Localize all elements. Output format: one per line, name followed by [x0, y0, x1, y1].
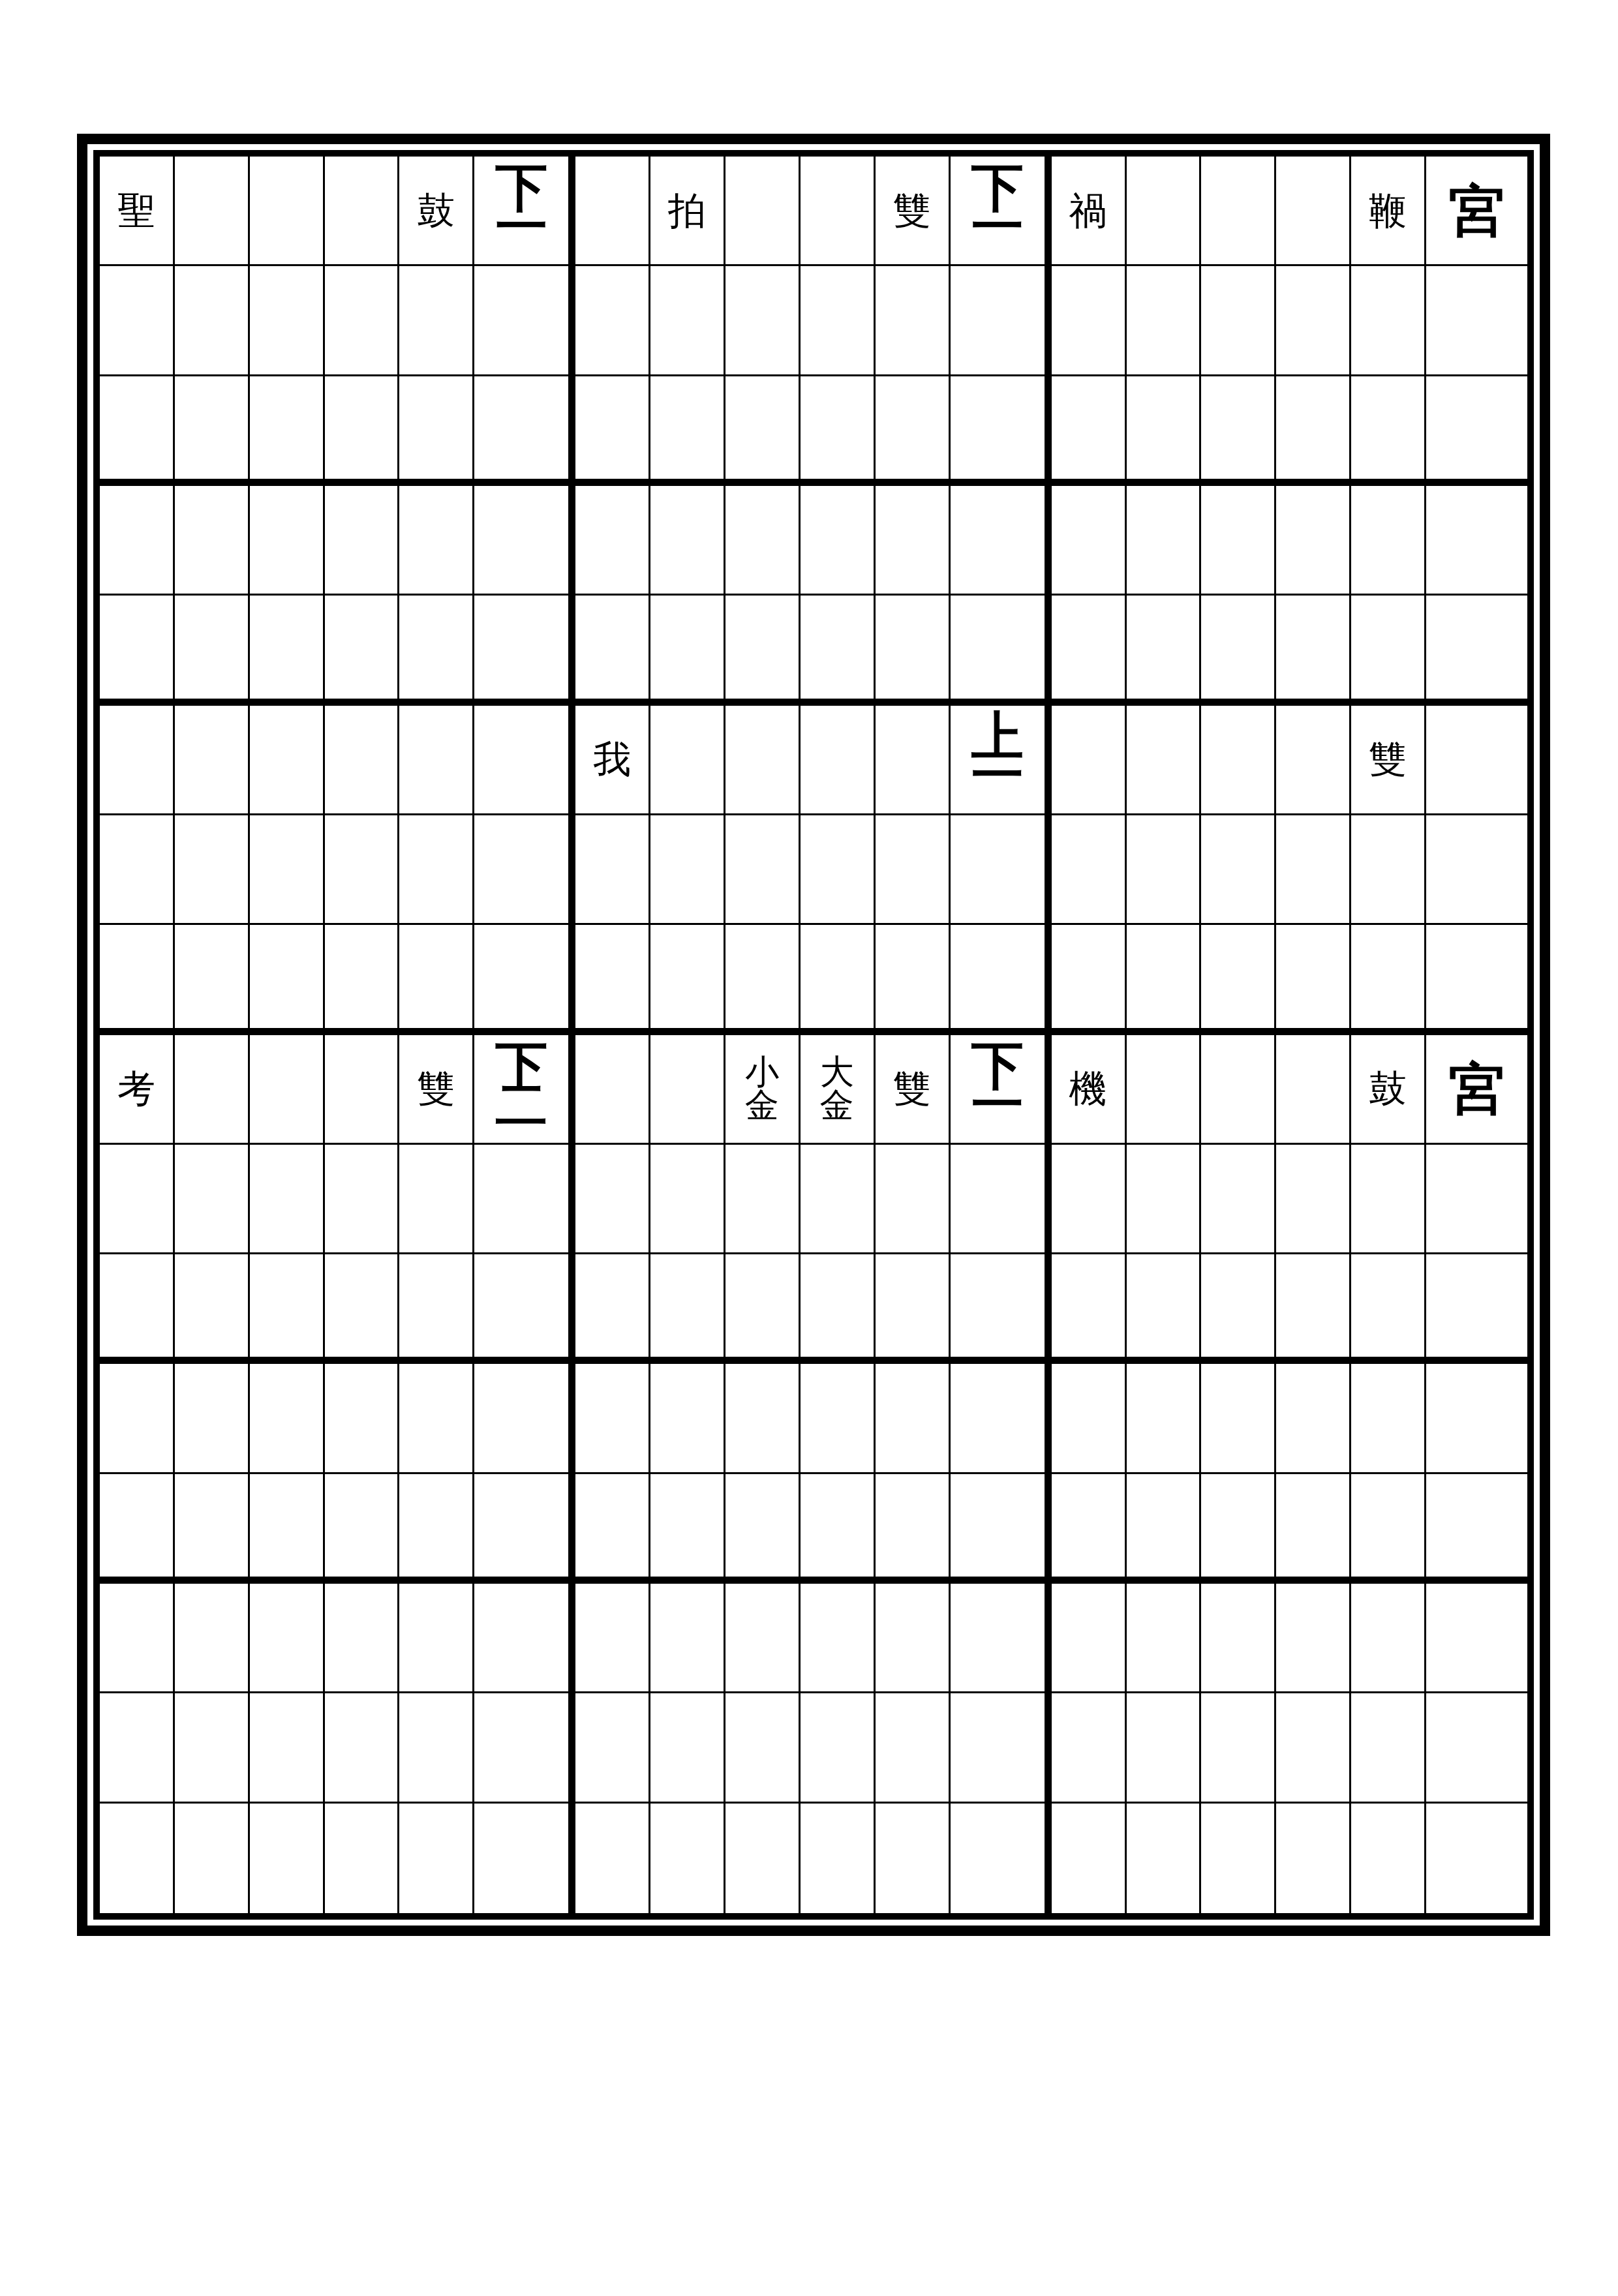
percussion-glyph: 鼓	[1369, 1070, 1407, 1108]
percussion-glyph: 雙	[893, 192, 931, 230]
jeonggan-cell-r10c6	[474, 1145, 575, 1254]
jeonggan-cell-r14c9	[725, 1584, 801, 1693]
jeonggan-cell-r6c10	[801, 706, 876, 815]
jeonggan-cell-r10c3	[250, 1145, 325, 1254]
jeonggan-cell-r2c8	[650, 266, 725, 376]
jeonggan-cell-r5c2	[175, 596, 250, 705]
jeonggan-cell-r8c17	[1351, 925, 1426, 1035]
pitch-single-glyph: 宮	[1448, 183, 1504, 239]
jeonggan-cell-r8c1	[100, 925, 175, 1035]
jeonggan-cell-r2c12	[951, 266, 1052, 376]
pitch-glyph: 上一	[971, 716, 1024, 794]
jeonggan-cell-r10c11	[876, 1145, 951, 1254]
jeonggan-cell-r3c12	[951, 376, 1052, 486]
percussion-glyph: 拍	[668, 192, 706, 230]
jeonggan-cell-r7c7	[575, 815, 650, 925]
jeonggan-cell-r16c10	[801, 1804, 876, 1913]
jeonggan-cell-r6c11	[876, 706, 951, 815]
jeonggan-cell-r16c2	[175, 1804, 250, 1913]
jeonggan-cell-r9c15	[1201, 1035, 1276, 1145]
jeonggan-cell-r6c7: 我	[575, 706, 650, 815]
jeonggan-cell-r4c17	[1351, 486, 1426, 596]
jeonggan-cell-r5c7	[575, 596, 650, 705]
jeonggan-cell-r15c11	[876, 1693, 951, 1803]
jeonggan-cell-r7c17	[1351, 815, 1426, 925]
jeonggan-cell-r3c1	[100, 376, 175, 486]
jeonggan-cell-r4c7	[575, 486, 650, 596]
jeonggan-cell-r14c16	[1276, 1584, 1351, 1693]
jeonggan-cell-r10c8	[650, 1145, 725, 1254]
jeonggan-cell-r4c3	[250, 486, 325, 596]
jeonggan-cell-r10c9	[725, 1145, 801, 1254]
jeonggan-cell-r9c2	[175, 1035, 250, 1145]
jeonggan-cell-r1c8: 拍	[650, 157, 725, 266]
jeonggan-cell-r16c7	[575, 1804, 650, 1913]
jeonggan-cell-r4c18	[1426, 486, 1527, 596]
jeonggan-cell-r16c14	[1127, 1804, 1202, 1913]
jeonggan-cell-r16c8	[650, 1804, 725, 1913]
jeonggan-cell-r5c11	[876, 596, 951, 705]
jeonggan-cell-r8c5	[399, 925, 474, 1035]
jeonggan-cell-r11c6	[474, 1254, 575, 1364]
jeonggan-cell-r3c7	[575, 376, 650, 486]
jeonggan-cell-r9c12: 下一	[951, 1035, 1052, 1145]
jeonggan-cell-r14c5	[399, 1584, 474, 1693]
jeonggan-cell-r9c11: 雙	[876, 1035, 951, 1145]
jeonggan-cell-r13c8	[650, 1474, 725, 1584]
jeonggan-cell-r13c6	[474, 1474, 575, 1584]
jeonggan-cell-r6c2	[175, 706, 250, 815]
jeonggan-cell-r8c12	[951, 925, 1052, 1035]
jeonggan-cell-r15c18	[1426, 1693, 1527, 1803]
jeonggan-cell-r9c18: 宮	[1426, 1035, 1527, 1145]
jeonggan-cell-r12c4	[325, 1364, 400, 1473]
jeonggan-cell-r2c17	[1351, 266, 1426, 376]
jeonggan-cell-r8c16	[1276, 925, 1351, 1035]
jeonggan-cell-r13c16	[1276, 1474, 1351, 1584]
jeonggan-cell-r15c6	[474, 1693, 575, 1803]
jeonggan-cell-r1c17: 鞭	[1351, 157, 1426, 266]
lyric-glyph: 禍	[1069, 192, 1107, 230]
jeonggan-cell-r15c9	[725, 1693, 801, 1803]
jeonggan-cell-r8c3	[250, 925, 325, 1035]
jeonggan-cell-r3c2	[175, 376, 250, 486]
jeonggan-cell-r4c9	[725, 486, 801, 596]
pitch-glyph: 下一	[495, 168, 547, 246]
jeonggan-cell-r9c8	[650, 1035, 725, 1145]
jeonggan-cell-r3c11	[876, 376, 951, 486]
jeonggan-cell-r14c8	[650, 1584, 725, 1693]
jeonggan-cell-r5c10	[801, 596, 876, 705]
jeonggan-cell-r6c12: 上一	[951, 706, 1052, 815]
jeonggan-cell-r7c15	[1201, 815, 1276, 925]
jeonggan-cell-r10c14	[1127, 1145, 1202, 1254]
jeonggan-cell-r14c1	[100, 1584, 175, 1693]
jeonggan-cell-r6c1	[100, 706, 175, 815]
jeonggan-cell-r5c8	[650, 596, 725, 705]
jeonggan-cell-r14c3	[250, 1584, 325, 1693]
jeonggan-cell-r1c2	[175, 157, 250, 266]
jeonggan-cell-r15c17	[1351, 1693, 1426, 1803]
jeonggan-cell-r5c6	[474, 596, 575, 705]
pitch-glyph: 下一	[971, 168, 1024, 246]
jeonggan-cell-r4c12	[951, 486, 1052, 596]
jeonggan-cell-r1c3	[250, 157, 325, 266]
jeonggan-cell-r4c16	[1276, 486, 1351, 596]
jeonggan-cell-r1c12: 下一	[951, 157, 1052, 266]
jeonggan-cell-r15c14	[1127, 1693, 1202, 1803]
jeonggan-cell-r6c16	[1276, 706, 1351, 815]
jeonggan-cell-r4c8	[650, 486, 725, 596]
jeonggan-cell-r13c2	[175, 1474, 250, 1584]
jeonggan-cell-r16c15	[1201, 1804, 1276, 1913]
jeonggan-cell-r3c14	[1127, 376, 1202, 486]
jeonggan-cell-r8c4	[325, 925, 400, 1035]
jeonggan-cell-r2c18	[1426, 266, 1527, 376]
jeonggan-cell-r8c7	[575, 925, 650, 1035]
jeonggan-cell-r11c13	[1052, 1254, 1127, 1364]
jeonggan-cell-r11c4	[325, 1254, 400, 1364]
jeonggan-cell-r8c6	[474, 925, 575, 1035]
jeonggan-cell-r14c15	[1201, 1584, 1276, 1693]
jeonggan-cell-r14c7	[575, 1584, 650, 1693]
jeonggan-cell-r5c12	[951, 596, 1052, 705]
jeonggan-cell-r9c1: 考	[100, 1035, 175, 1145]
jeonggan-cell-r6c14	[1127, 706, 1202, 815]
jeonggan-cell-r2c1	[100, 266, 175, 376]
jeonggan-cell-r4c14	[1127, 486, 1202, 596]
jeonggan-cell-r1c7	[575, 157, 650, 266]
jeonggan-cell-r14c6	[474, 1584, 575, 1693]
jeonggan-cell-r9c17: 鼓	[1351, 1035, 1426, 1145]
jeonggan-cell-r12c12	[951, 1364, 1052, 1473]
jeonggan-cell-r2c4	[325, 266, 400, 376]
jeonggan-cell-r1c11: 雙	[876, 157, 951, 266]
jeonggan-cell-r12c13	[1052, 1364, 1127, 1473]
jeonggan-cell-r10c5	[399, 1145, 474, 1254]
jeonggan-cell-r13c10	[801, 1474, 876, 1584]
jeonggan-cell-r1c18: 宮	[1426, 157, 1527, 266]
jeonggan-cell-r14c18	[1426, 1584, 1527, 1693]
jeonggan-cell-r11c15	[1201, 1254, 1276, 1364]
jeonggan-cell-r5c15	[1201, 596, 1276, 705]
jeonggan-cell-r16c13	[1052, 1804, 1127, 1913]
jeonggan-cell-r12c6	[474, 1364, 575, 1473]
jeonggan-cell-r8c10	[801, 925, 876, 1035]
jeonggan-cell-r10c13	[1052, 1145, 1127, 1254]
jeonggan-cell-r6c4	[325, 706, 400, 815]
jeonggan-cell-r12c2	[175, 1364, 250, 1473]
jeonggan-cell-r12c17	[1351, 1364, 1426, 1473]
jeonggan-cell-r8c18	[1426, 925, 1527, 1035]
jeonggan-cell-r2c7	[575, 266, 650, 376]
jeonggan-cell-r11c7	[575, 1254, 650, 1364]
jeonggan-cell-r12c10	[801, 1364, 876, 1473]
jeonggan-cell-r15c1	[100, 1693, 175, 1803]
jeonggan-cell-r7c13	[1052, 815, 1127, 925]
jeonggan-cell-r15c16	[1276, 1693, 1351, 1803]
jeonggan-cell-r14c4	[325, 1584, 400, 1693]
jeonggan-cell-r3c17	[1351, 376, 1426, 486]
jeonggan-cell-r2c15	[1201, 266, 1276, 376]
jeonggan-cell-r9c13: 機	[1052, 1035, 1127, 1145]
jeonggan-cell-r10c7	[575, 1145, 650, 1254]
jeonggan-cell-r11c10	[801, 1254, 876, 1364]
jeonggan-cell-r13c14	[1127, 1474, 1202, 1584]
jeonggan-cell-r7c4	[325, 815, 400, 925]
jeonggan-cell-r16c17	[1351, 1804, 1426, 1913]
jeonggan-cell-r12c7	[575, 1364, 650, 1473]
jeonggan-cell-r4c15	[1201, 486, 1276, 596]
jeonggan-cell-r5c14	[1127, 596, 1202, 705]
jeonggan-cell-r8c14	[1127, 925, 1202, 1035]
jeonggan-cell-r7c3	[250, 815, 325, 925]
jeonggan-cell-r3c18	[1426, 376, 1527, 486]
jeonggan-cell-r6c17: 雙	[1351, 706, 1426, 815]
jeonggan-cell-r4c13	[1052, 486, 1127, 596]
jeonggan-cell-r3c3	[250, 376, 325, 486]
jeonggan-cell-r9c3	[250, 1035, 325, 1145]
jeonggan-cell-r6c13	[1052, 706, 1127, 815]
jeonggan-cell-r9c6: 下二	[474, 1035, 575, 1145]
jeonggan-cell-r13c18	[1426, 1474, 1527, 1584]
jeonggan-cell-r7c9	[725, 815, 801, 925]
percussion-glyph: 鞭	[1369, 192, 1407, 230]
jeonggan-cell-r3c8	[650, 376, 725, 486]
jeonggan-cell-r12c11	[876, 1364, 951, 1473]
lyric-glyph: 機	[1069, 1070, 1107, 1108]
jeonggan-cell-r12c16	[1276, 1364, 1351, 1473]
jeonggan-cell-r16c18	[1426, 1804, 1527, 1913]
jeonggan-cell-r11c1	[100, 1254, 175, 1364]
jeonggan-cell-r1c1: 聖	[100, 157, 175, 266]
jeonggan-cell-r12c3	[250, 1364, 325, 1473]
jeonggan-cell-r3c13	[1052, 376, 1127, 486]
jeonggan-cell-r12c1	[100, 1364, 175, 1473]
jeonggan-cell-r4c1	[100, 486, 175, 596]
jeonggan-cell-r15c5	[399, 1693, 474, 1803]
jeonggan-cell-r15c15	[1201, 1693, 1276, 1803]
jeonggan-cell-r10c17	[1351, 1145, 1426, 1254]
jeonggan-grid: 聖鼓下一拍雙下一禍鞭宮我上一雙考雙下二小金大金雙下一機鼓宮	[100, 157, 1527, 1913]
jeonggan-cell-r16c3	[250, 1804, 325, 1913]
jeonggan-cell-r11c12	[951, 1254, 1052, 1364]
jeonggan-cell-r13c7	[575, 1474, 650, 1584]
jeonggan-cell-r13c4	[325, 1474, 400, 1584]
jeonggan-cell-r7c5	[399, 815, 474, 925]
jeonggan-cell-r7c8	[650, 815, 725, 925]
jeonggan-cell-r2c9	[725, 266, 801, 376]
jeonggan-cell-r5c1	[100, 596, 175, 705]
jeonggan-cell-r1c4	[325, 157, 400, 266]
jeonggan-cell-r2c3	[250, 266, 325, 376]
percussion-glyph: 鼓	[417, 192, 455, 230]
jeonggan-cell-r12c15	[1201, 1364, 1276, 1473]
jeonggan-cell-r13c9	[725, 1474, 801, 1584]
jeonggan-cell-r14c10	[801, 1584, 876, 1693]
jeonggan-cell-r13c13	[1052, 1474, 1127, 1584]
jeonggan-cell-r5c9	[725, 596, 801, 705]
jeonggan-cell-r5c4	[325, 596, 400, 705]
jeonggan-cell-r5c18	[1426, 596, 1527, 705]
jeonggan-cell-r15c4	[325, 1693, 400, 1803]
jeonggan-cell-r11c17	[1351, 1254, 1426, 1364]
jeonggan-cell-r8c9	[725, 925, 801, 1035]
jeonggan-cell-r11c2	[175, 1254, 250, 1364]
jeonggan-cell-r1c10	[801, 157, 876, 266]
score-board-inner-frame: 聖鼓下一拍雙下一禍鞭宮我上一雙考雙下二小金大金雙下一機鼓宮	[93, 150, 1534, 1920]
jeonggan-cell-r16c6	[474, 1804, 575, 1913]
jeonggan-cell-r8c11	[876, 925, 951, 1035]
jeonggan-cell-r11c9	[725, 1254, 801, 1364]
jeonggan-cell-r16c4	[325, 1804, 400, 1913]
jeonggan-cell-r15c8	[650, 1693, 725, 1803]
jeonggan-cell-r7c11	[876, 815, 951, 925]
jeonggan-cell-r6c15	[1201, 706, 1276, 815]
jeonggan-cell-r9c16	[1276, 1035, 1351, 1145]
jeonggan-cell-r15c10	[801, 1693, 876, 1803]
jeonggan-cell-r13c5	[399, 1474, 474, 1584]
jeonggan-cell-r7c10	[801, 815, 876, 925]
jeonggan-cell-r2c13	[1052, 266, 1127, 376]
jeonggan-cell-r4c2	[175, 486, 250, 596]
jeonggan-cell-r1c9	[725, 157, 801, 266]
jeonggan-cell-r5c5	[399, 596, 474, 705]
jeonggan-cell-r5c17	[1351, 596, 1426, 705]
jeonggan-cell-r7c14	[1127, 815, 1202, 925]
jeonggan-cell-r11c8	[650, 1254, 725, 1364]
jeonggan-cell-r9c14	[1127, 1035, 1202, 1145]
jeonggan-cell-r4c11	[876, 486, 951, 596]
jeonggan-cell-r14c13	[1052, 1584, 1127, 1693]
jeonggan-cell-r3c6	[474, 376, 575, 486]
jeonggan-cell-r7c18	[1426, 815, 1527, 925]
jeonggan-cell-r14c14	[1127, 1584, 1202, 1693]
jeonggan-cell-r11c11	[876, 1254, 951, 1364]
jeonggan-cell-r13c15	[1201, 1474, 1276, 1584]
jeonggan-cell-r14c17	[1351, 1584, 1426, 1693]
jeonggan-cell-r10c1	[100, 1145, 175, 1254]
jeonggan-cell-r3c4	[325, 376, 400, 486]
jeonggan-cell-r4c10	[801, 486, 876, 596]
jeonggan-cell-r7c1	[100, 815, 175, 925]
jeonggan-cell-r10c18	[1426, 1145, 1527, 1254]
jeonggan-cell-r8c2	[175, 925, 250, 1035]
jeonggan-cell-r16c11	[876, 1804, 951, 1913]
jeonggan-cell-r8c15	[1201, 925, 1276, 1035]
jeonggan-cell-r4c5	[399, 486, 474, 596]
jeonggan-cell-r15c12	[951, 1693, 1052, 1803]
jeonggan-cell-r11c5	[399, 1254, 474, 1364]
percussion-glyph: 雙	[1369, 740, 1407, 778]
jeonggan-cell-r15c2	[175, 1693, 250, 1803]
jeonggan-cell-r9c9: 小金	[725, 1035, 801, 1145]
jeonggan-cell-r5c3	[250, 596, 325, 705]
jeonggan-cell-r2c10	[801, 266, 876, 376]
jeonggan-cell-r9c4	[325, 1035, 400, 1145]
jeonggan-cell-r10c16	[1276, 1145, 1351, 1254]
jeonggan-cell-r2c16	[1276, 266, 1351, 376]
jeonggan-cell-r15c7	[575, 1693, 650, 1803]
lyric-glyph: 聖	[117, 192, 155, 230]
jeonggan-cell-r6c6	[474, 706, 575, 815]
jeonggan-cell-r10c12	[951, 1145, 1052, 1254]
jeonggan-cell-r11c18	[1426, 1254, 1527, 1364]
jeonggan-cell-r14c12	[951, 1584, 1052, 1693]
jeonggan-cell-r6c9	[725, 706, 801, 815]
jeonggan-cell-r3c5	[399, 376, 474, 486]
jeonggan-cell-r1c5: 鼓	[399, 157, 474, 266]
jeonggan-cell-r4c4	[325, 486, 400, 596]
percussion-glyph: 雙	[893, 1070, 931, 1108]
jeonggan-cell-r10c4	[325, 1145, 400, 1254]
jeonggan-cell-r3c16	[1276, 376, 1351, 486]
jeonggan-cell-r6c8	[650, 706, 725, 815]
jeonggan-cell-r14c11	[876, 1584, 951, 1693]
jeonggan-cell-r13c12	[951, 1474, 1052, 1584]
jeonggan-cell-r9c10: 大金	[801, 1035, 876, 1145]
jeonggan-cell-r7c6	[474, 815, 575, 925]
pitch-glyph: 下二	[495, 1046, 547, 1124]
lyric-glyph: 我	[593, 740, 631, 778]
jeonggan-cell-r5c13	[1052, 596, 1127, 705]
jeonggan-cell-r16c9	[725, 1804, 801, 1913]
jeonggan-cell-r12c9	[725, 1364, 801, 1473]
jeonggan-cell-r1c15	[1201, 157, 1276, 266]
jeonggan-cell-r7c16	[1276, 815, 1351, 925]
jeonggan-cell-r2c11	[876, 266, 951, 376]
jeonggan-cell-r7c2	[175, 815, 250, 925]
jeonggan-cell-r1c14	[1127, 157, 1202, 266]
lyric-glyph: 考	[117, 1070, 155, 1108]
jeonggan-cell-r1c16	[1276, 157, 1351, 266]
jeonggan-cell-r12c18	[1426, 1364, 1527, 1473]
jeonggan-cell-r12c8	[650, 1364, 725, 1473]
jeonggan-cell-r10c2	[175, 1145, 250, 1254]
jeonggan-cell-r7c12	[951, 815, 1052, 925]
jeonggan-cell-r16c12	[951, 1804, 1052, 1913]
jeonggan-cell-r2c14	[1127, 266, 1202, 376]
jeonggan-cell-r16c1	[100, 1804, 175, 1913]
pitch-single-glyph: 宮	[1448, 1061, 1504, 1117]
jeonggan-cell-r14c2	[175, 1584, 250, 1693]
jeonggan-cell-r16c5	[399, 1804, 474, 1913]
gong-glyph: 大金	[820, 1055, 854, 1122]
jeonggan-cell-r11c3	[250, 1254, 325, 1364]
pitch-glyph: 下一	[971, 1046, 1024, 1124]
jeonggan-cell-r1c13: 禍	[1052, 157, 1127, 266]
jeonggan-cell-r3c10	[801, 376, 876, 486]
jeonggan-cell-r2c5	[399, 266, 474, 376]
jeonggan-cell-r10c10	[801, 1145, 876, 1254]
jeonggan-cell-r4c6	[474, 486, 575, 596]
jeonggan-cell-r12c14	[1127, 1364, 1202, 1473]
jeonggan-cell-r13c3	[250, 1474, 325, 1584]
jeonggan-cell-r13c17	[1351, 1474, 1426, 1584]
jeonggan-cell-r16c16	[1276, 1804, 1351, 1913]
jeonggan-cell-r15c3	[250, 1693, 325, 1803]
jeonggan-cell-r11c16	[1276, 1254, 1351, 1364]
jeonggan-cell-r5c16	[1276, 596, 1351, 705]
jeonggan-cell-r10c15	[1201, 1145, 1276, 1254]
jeonggan-cell-r8c8	[650, 925, 725, 1035]
jeonggan-cell-r8c13	[1052, 925, 1127, 1035]
jeonggan-cell-r6c3	[250, 706, 325, 815]
jeonggan-cell-r13c11	[876, 1474, 951, 1584]
jeonggan-cell-r6c5	[399, 706, 474, 815]
jeonggan-cell-r9c7	[575, 1035, 650, 1145]
jeonggan-cell-r11c14	[1127, 1254, 1202, 1364]
